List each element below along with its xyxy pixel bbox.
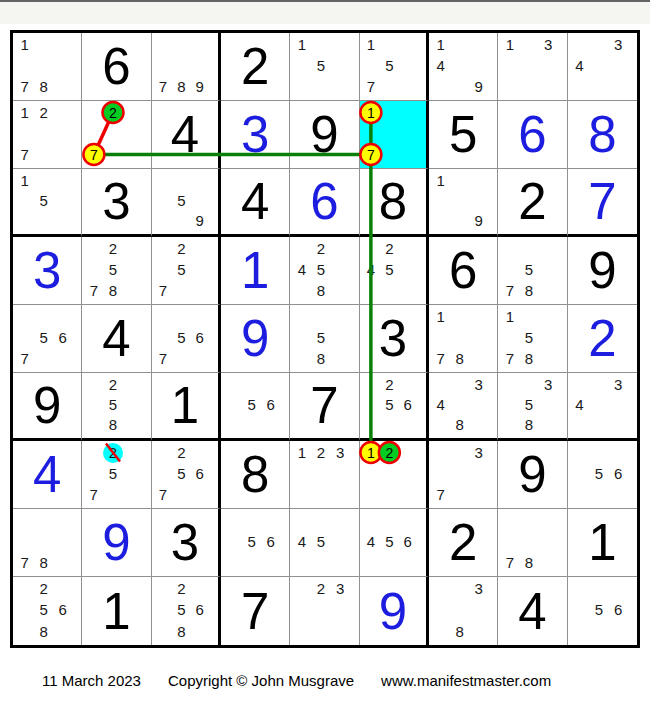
- pencil-marks: 456: [362, 510, 417, 573]
- cell-r2c6[interactable]: 17: [360, 101, 429, 169]
- candidate-slot: [292, 621, 311, 642]
- candidate-slot: [431, 463, 450, 484]
- candidate-slot: [539, 327, 558, 348]
- cell-r3c1[interactable]: 15: [13, 169, 82, 237]
- candidate-slot: [331, 34, 350, 55]
- candidate-slot: [331, 306, 350, 327]
- cell-r9c4[interactable]: 7: [221, 577, 290, 645]
- candidate-6: 6: [609, 599, 628, 620]
- cell-r5c9[interactable]: 2: [568, 305, 637, 373]
- cell-r9c9[interactable]: 56: [568, 577, 637, 645]
- candidate-slot: [84, 123, 103, 144]
- candidate-slot: [15, 599, 34, 620]
- cell-r2c4[interactable]: 3: [221, 101, 290, 169]
- solved-digit: 3: [13, 237, 81, 304]
- candidate-slot: [292, 552, 311, 573]
- candidate-slot: [469, 327, 488, 348]
- cell-r1c6[interactable]: 157: [360, 33, 429, 101]
- cell-r2c1[interactable]: 127: [13, 101, 82, 169]
- cell-r3c7[interactable]: 19: [429, 169, 498, 237]
- cell-r7c5[interactable]: 123: [290, 441, 359, 509]
- candidate-5: 5: [172, 190, 190, 210]
- candidate-slot: [589, 76, 608, 97]
- cell-r4c7[interactable]: 6: [429, 237, 498, 305]
- candidate-slot: [292, 463, 311, 484]
- candidate-slot: [589, 621, 608, 642]
- candidate-1: 1: [431, 34, 450, 55]
- pencil-marks: 256: [362, 374, 417, 435]
- cell-r4c9[interactable]: 9: [568, 237, 637, 305]
- candidate-5: 5: [589, 463, 608, 484]
- candidate-slot: [191, 484, 209, 505]
- candidate-slot: [261, 552, 280, 573]
- cell-r6c7[interactable]: 348: [429, 373, 498, 441]
- candidate-slot: [450, 211, 469, 231]
- cell-r1c4[interactable]: 2: [221, 33, 290, 101]
- cell-r9c3[interactable]: 2568: [152, 577, 221, 645]
- given-digit: 8: [360, 169, 426, 234]
- pencil-marks: 257: [154, 238, 209, 301]
- candidate-slot: [399, 144, 417, 165]
- candidate-slot: [223, 394, 242, 414]
- candidate-slot: [519, 34, 538, 55]
- candidate-slot: [292, 484, 311, 505]
- cell-r7c4[interactable]: 8: [221, 441, 290, 509]
- pencil-marks: 56: [570, 442, 628, 505]
- footer-date: 11 March 2023: [42, 672, 141, 689]
- footer: 11 March 2023 Copyright © John Musgrave …: [42, 672, 551, 689]
- cell-r2c8[interactable]: 6: [498, 101, 567, 169]
- cell-r6c3[interactable]: 1: [152, 373, 221, 441]
- candidate-slot: [500, 531, 519, 552]
- candidate-8: 8: [519, 552, 538, 573]
- candidate-4: 4: [362, 259, 380, 280]
- cell-r1c3[interactable]: 789: [152, 33, 221, 101]
- solved-digit: 3: [221, 101, 289, 168]
- candidate-7: 7: [15, 76, 34, 97]
- candidate-slot: [570, 599, 589, 620]
- candidate-3: 3: [469, 442, 488, 463]
- candidate-slot: [53, 510, 72, 531]
- given-digit: 1: [82, 577, 150, 645]
- candidate-slot: [469, 621, 488, 642]
- cell-r6c6[interactable]: 256: [360, 373, 429, 441]
- given-digit: 2: [498, 169, 566, 234]
- cell-r5c7[interactable]: 178: [429, 305, 498, 373]
- candidate-slot: [331, 76, 350, 97]
- candidate-slot: [331, 348, 350, 369]
- cell-r4c2[interactable]: 2578: [82, 237, 151, 305]
- cell-r4c3[interactable]: 257: [152, 237, 221, 305]
- candidate-3: 3: [539, 374, 558, 394]
- pencil-marks: 178: [431, 306, 488, 369]
- candidate-slot: [450, 578, 469, 599]
- cell-r4c4[interactable]: 1: [221, 237, 290, 305]
- pencil-marks: 56: [570, 578, 628, 642]
- candidate-slot: [123, 442, 142, 463]
- cell-r1c2[interactable]: 6: [82, 33, 151, 101]
- candidate-slot: [191, 170, 209, 190]
- candidate-2: 2: [103, 374, 122, 394]
- candidate-slot: [154, 578, 172, 599]
- candidate-5: 5: [103, 394, 122, 414]
- candidate-8: 8: [450, 621, 469, 642]
- cell-r8c7[interactable]: 2: [429, 509, 498, 577]
- candidate-slot: [589, 578, 608, 599]
- candidate-slot: [84, 463, 103, 484]
- candidate-slot: [450, 76, 469, 97]
- candidate-7: 7: [362, 144, 380, 165]
- pencil-marks: 149: [431, 34, 488, 97]
- candidate-slot: [53, 348, 72, 369]
- candidate-slot: [53, 578, 72, 599]
- candidate-4: 4: [292, 531, 311, 552]
- cell-r5c1[interactable]: 567: [13, 305, 82, 373]
- cell-r6c9[interactable]: 34: [568, 373, 637, 441]
- candidate-slot: [261, 510, 280, 531]
- candidate-slot: [311, 76, 330, 97]
- given-digit: 1: [152, 373, 218, 438]
- candidate-slot: [331, 599, 350, 620]
- solved-digit: 4: [13, 441, 81, 508]
- candidate-slot: [380, 415, 398, 435]
- candidate-2: 2: [311, 238, 330, 259]
- candidate-slot: [53, 531, 72, 552]
- pencil-marks: 17: [362, 102, 417, 165]
- cell-r6c2[interactable]: 258: [82, 373, 151, 441]
- candidate-slot: [34, 144, 53, 165]
- candidate-slot: [539, 259, 558, 280]
- candidate-slot: [469, 415, 488, 435]
- cell-r4c8[interactable]: 578: [498, 237, 567, 305]
- candidate-4: 4: [431, 394, 450, 414]
- candidate-slot: [53, 123, 72, 144]
- candidate-slot: [84, 374, 103, 394]
- cell-r5c5[interactable]: 58: [290, 305, 359, 373]
- cell-r8c8[interactable]: 78: [498, 509, 567, 577]
- candidate-slot: [500, 374, 519, 394]
- candidate-5: 5: [380, 55, 398, 76]
- cell-r7c2[interactable]: 257: [82, 441, 151, 509]
- candidate-slot: [609, 578, 628, 599]
- cell-r2c7[interactable]: 5: [429, 101, 498, 169]
- candidate-slot: [589, 55, 608, 76]
- candidate-8: 8: [311, 348, 330, 369]
- candidate-slot: [34, 510, 53, 531]
- candidate-slot: [331, 484, 350, 505]
- cell-r3c4[interactable]: 4: [221, 169, 290, 237]
- candidate-slot: [539, 280, 558, 301]
- cell-r6c5[interactable]: 7: [290, 373, 359, 441]
- given-digit: 9: [568, 237, 637, 304]
- candidate-slot: [15, 621, 34, 642]
- candidate-slot: [399, 280, 417, 301]
- candidate-8: 8: [103, 280, 122, 301]
- candidate-slot: [450, 463, 469, 484]
- pencil-marks: 567: [15, 306, 72, 369]
- cell-r4c6[interactable]: 245: [360, 237, 429, 305]
- cell-r6c1[interactable]: 9: [13, 373, 82, 441]
- cell-r2c5[interactable]: 9: [290, 101, 359, 169]
- pencil-marks: 19: [431, 170, 488, 231]
- candidate-slot: [539, 55, 558, 76]
- cell-r8c3[interactable]: 3: [152, 509, 221, 577]
- candidate-slot: [589, 415, 608, 435]
- candidate-5: 5: [311, 531, 330, 552]
- candidate-slot: [154, 621, 172, 642]
- candidate-5: 5: [242, 394, 261, 414]
- candidate-slot: [53, 211, 72, 231]
- candidate-slot: [191, 280, 209, 301]
- cell-r9c2[interactable]: 1: [82, 577, 151, 645]
- candidate-4: 4: [570, 394, 589, 414]
- candidate-slot: [154, 55, 172, 76]
- pencil-marks: 157: [362, 34, 417, 97]
- candidate-5: 5: [172, 599, 190, 620]
- candidate-slot: [331, 55, 350, 76]
- candidate-slot: [380, 76, 398, 97]
- pencil-marks: 56: [223, 374, 280, 435]
- candidate-7: 7: [500, 280, 519, 301]
- candidate-1: 1: [15, 34, 34, 55]
- candidate-slot: [53, 55, 72, 76]
- candidate-slot: [154, 306, 172, 327]
- candidate-7: 7: [154, 76, 172, 97]
- cell-r3c6[interactable]: 8: [360, 169, 429, 237]
- candidate-slot: [15, 327, 34, 348]
- candidate-slot: [450, 55, 469, 76]
- candidate-slot: [123, 280, 142, 301]
- candidate-slot: [191, 238, 209, 259]
- candidate-slot: [172, 55, 190, 76]
- candidate-slot: [570, 621, 589, 642]
- cell-r8c1[interactable]: 78: [13, 509, 82, 577]
- candidate-slot: [431, 327, 450, 348]
- solved-digit: 1: [221, 237, 289, 304]
- candidate-slot: [191, 306, 209, 327]
- candidate-slot: [103, 484, 123, 505]
- candidate-2: 2: [172, 578, 190, 599]
- candidate-3: 3: [539, 34, 558, 55]
- candidate-slot: [589, 442, 608, 463]
- candidate-slot: [123, 484, 142, 505]
- candidate-slot: [172, 170, 190, 190]
- cell-r5c4[interactable]: 9: [221, 305, 290, 373]
- cell-r1c1[interactable]: 178: [13, 33, 82, 101]
- candidate-slot: [469, 190, 488, 210]
- candidate-slot: [292, 599, 311, 620]
- cell-r7c8[interactable]: 9: [498, 441, 567, 509]
- cell-r3c5[interactable]: 6: [290, 169, 359, 237]
- candidate-slot: [311, 552, 330, 573]
- cell-r3c3[interactable]: 59: [152, 169, 221, 237]
- candidate-slot: [609, 442, 628, 463]
- candidate-7: 7: [84, 144, 103, 165]
- candidate-3: 3: [469, 578, 488, 599]
- cell-r5c2[interactable]: 4: [82, 305, 151, 373]
- solved-digit: 2: [568, 305, 637, 372]
- candidate-slot: [380, 510, 398, 531]
- candidate-9: 9: [469, 76, 488, 97]
- cell-r4c1[interactable]: 3: [13, 237, 82, 305]
- candidate-slot: [172, 348, 190, 369]
- solved-digit: 8: [568, 101, 637, 168]
- candidate-slot: [609, 621, 628, 642]
- candidate-6: 6: [609, 463, 628, 484]
- candidate-slot: [380, 102, 398, 123]
- candidate-slot: [292, 76, 311, 97]
- cell-r9c6[interactable]: 9: [360, 577, 429, 645]
- candidate-slot: [570, 415, 589, 435]
- candidate-slot: [223, 531, 242, 552]
- candidate-slot: [450, 599, 469, 620]
- cell-r2c9[interactable]: 8: [568, 101, 637, 169]
- candidate-slot: [589, 34, 608, 55]
- candidate-slot: [172, 484, 190, 505]
- cell-r9c8[interactable]: 4: [498, 577, 567, 645]
- cell-r3c9[interactable]: 7: [568, 169, 637, 237]
- candidate-slot: [399, 238, 417, 259]
- cell-r7c3[interactable]: 2567: [152, 441, 221, 509]
- cell-r6c4[interactable]: 56: [221, 373, 290, 441]
- candidate-8: 8: [450, 348, 469, 369]
- candidate-slot: [362, 123, 380, 144]
- cell-r1c7[interactable]: 149: [429, 33, 498, 101]
- candidate-8: 8: [34, 552, 53, 573]
- candidate-6: 6: [399, 394, 417, 414]
- candidate-slot: [431, 621, 450, 642]
- pencil-marks: 34: [570, 34, 628, 97]
- candidate-slot: [450, 170, 469, 190]
- candidate-slot: [311, 34, 330, 55]
- candidate-slot: [380, 280, 398, 301]
- cell-r7c6[interactable]: 12: [360, 441, 429, 509]
- cell-r2c3[interactable]: 4: [152, 101, 221, 169]
- candidate-slot: [399, 259, 417, 280]
- pencil-marks: 34: [570, 374, 628, 435]
- candidate-4: 4: [362, 531, 380, 552]
- cell-r8c2[interactable]: 9: [82, 509, 151, 577]
- cell-r8c9[interactable]: 1: [568, 509, 637, 577]
- cell-r8c6[interactable]: 456: [360, 509, 429, 577]
- candidate-5: 5: [380, 531, 398, 552]
- candidate-slot: [399, 415, 417, 435]
- cell-r3c2[interactable]: 3: [82, 169, 151, 237]
- candidate-2: 2: [103, 443, 123, 463]
- candidate-6: 6: [191, 327, 209, 348]
- candidate-slot: [223, 552, 242, 573]
- candidate-slot: [84, 442, 103, 463]
- cell-r8c5[interactable]: 45: [290, 509, 359, 577]
- candidate-3: 3: [331, 442, 350, 463]
- cell-r7c9[interactable]: 56: [568, 441, 637, 509]
- cell-r5c6[interactable]: 3: [360, 305, 429, 373]
- candidate-slot: [362, 394, 380, 414]
- cell-r9c1[interactable]: 2568: [13, 577, 82, 645]
- candidate-5: 5: [34, 599, 53, 620]
- cell-r9c7[interactable]: 38: [429, 577, 498, 645]
- candidate-slot: [519, 55, 538, 76]
- pencil-marks: 2568: [15, 578, 72, 642]
- candidate-slot: [399, 484, 417, 505]
- solved-digit: 6: [290, 169, 358, 234]
- cell-r6c8[interactable]: 358: [498, 373, 567, 441]
- candidate-slot: [34, 170, 53, 190]
- cell-r1c9[interactable]: 34: [568, 33, 637, 101]
- candidate-slot: [172, 306, 190, 327]
- pencil-marks: 2567: [154, 442, 209, 505]
- candidate-9: 9: [191, 211, 209, 231]
- pencil-marks: 78: [500, 510, 557, 573]
- given-digit: 2: [221, 33, 289, 100]
- candidate-slot: [123, 394, 142, 414]
- candidate-slot: [331, 463, 350, 484]
- candidate-7: 7: [500, 348, 519, 369]
- candidate-8: 8: [519, 415, 538, 435]
- given-digit: 4: [498, 577, 566, 645]
- cell-r7c7[interactable]: 37: [429, 441, 498, 509]
- candidate-slot: [362, 55, 380, 76]
- pencil-marks: 37: [431, 442, 488, 505]
- pencil-marks: 789: [154, 34, 209, 97]
- cell-r5c3[interactable]: 567: [152, 305, 221, 373]
- candidate-slot: [380, 463, 398, 484]
- candidate-slot: [431, 374, 450, 394]
- candidate-slot: [399, 102, 417, 123]
- cell-r9c5[interactable]: 23: [290, 577, 359, 645]
- candidate-slot: [191, 621, 209, 642]
- candidate-slot: [34, 531, 53, 552]
- given-digit: 5: [429, 101, 497, 168]
- candidate-2: 2: [380, 374, 398, 394]
- candidate-slot: [570, 34, 589, 55]
- cell-r2c2[interactable]: 27: [82, 101, 151, 169]
- candidate-3: 3: [469, 374, 488, 394]
- candidate-slot: [223, 510, 242, 531]
- candidate-slot: [331, 552, 350, 573]
- cell-r7c1[interactable]: 4: [13, 441, 82, 509]
- candidate-2: 2: [311, 578, 330, 599]
- candidate-8: 8: [172, 76, 190, 97]
- candidate-slot: [519, 76, 538, 97]
- given-digit: 4: [221, 169, 289, 234]
- candidate-slot: [609, 394, 628, 414]
- candidate-slot: [292, 306, 311, 327]
- cell-r5c8[interactable]: 1578: [498, 305, 567, 373]
- cell-r8c4[interactable]: 56: [221, 509, 290, 577]
- cell-r3c8[interactable]: 2: [498, 169, 567, 237]
- given-digit: 4: [152, 101, 218, 168]
- candidate-slot: [292, 510, 311, 531]
- cell-r4c5[interactable]: 2458: [290, 237, 359, 305]
- candidate-1: 1: [292, 442, 311, 463]
- candidate-3: 3: [331, 578, 350, 599]
- candidate-2: 2: [380, 442, 398, 463]
- cell-r1c5[interactable]: 15: [290, 33, 359, 101]
- candidate-slot: [380, 144, 398, 165]
- candidate-slot: [261, 374, 280, 394]
- candidate-slot: [103, 144, 122, 165]
- pencil-marks: 245: [362, 238, 417, 301]
- candidate-slot: [331, 621, 350, 642]
- given-digit: 7: [221, 577, 289, 645]
- pencil-marks: 78: [15, 510, 72, 573]
- candidate-5: 5: [380, 394, 398, 414]
- candidate-slot: [380, 123, 398, 144]
- candidate-slot: [519, 510, 538, 531]
- candidate-slot: [292, 238, 311, 259]
- cell-r1c8[interactable]: 13: [498, 33, 567, 101]
